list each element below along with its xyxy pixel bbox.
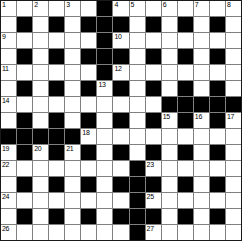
- white-cell-r14-c11[interactable]: [178, 225, 193, 240]
- black-cell-r2-c6: [97, 33, 112, 48]
- white-cell-r14-c5[interactable]: [81, 225, 96, 240]
- white-cell-r14-c4[interactable]: [65, 225, 80, 240]
- white-cell-r6-c7[interactable]: [113, 97, 128, 112]
- clue-number-8: 8: [227, 1, 231, 9]
- black-cell-r13-c7: [113, 209, 128, 224]
- white-cell-r0-c8[interactable]: 5: [130, 1, 145, 16]
- white-cell-r7-c0[interactable]: [1, 113, 16, 128]
- white-cell-r9-c10[interactable]: [162, 145, 177, 160]
- black-cell-r7-c7: [113, 113, 128, 128]
- clue-number-12: 12: [114, 65, 121, 73]
- white-cell-r11-c6[interactable]: [97, 177, 112, 192]
- white-cell-r8-c9[interactable]: [146, 129, 161, 144]
- black-cell-r8-c4: [65, 129, 80, 144]
- white-cell-r4-c4[interactable]: [65, 65, 80, 80]
- black-cell-r13-c5: [81, 209, 96, 224]
- white-cell-r0-c13[interactable]: [210, 1, 225, 16]
- clue-number-19: 19: [2, 145, 9, 153]
- white-cell-r6-c3[interactable]: [49, 97, 64, 112]
- white-cell-r2-c3[interactable]: [49, 33, 64, 48]
- white-cell-r13-c0[interactable]: [1, 209, 16, 224]
- white-cell-r2-c1[interactable]: [17, 33, 32, 48]
- white-cell-r10-c3[interactable]: [49, 161, 64, 176]
- white-cell-r10-c6[interactable]: [97, 161, 112, 176]
- white-cell-r10-c1[interactable]: [17, 161, 32, 176]
- white-cell-r6-c1[interactable]: [17, 97, 32, 112]
- white-cell-r4-c11[interactable]: [178, 65, 193, 80]
- white-cell-r12-c2[interactable]: [33, 193, 48, 208]
- black-cell-r13-c11: [178, 209, 193, 224]
- black-cell-r11-c3: [49, 177, 64, 192]
- white-cell-r12-c11[interactable]: [178, 193, 193, 208]
- clue-number-27: 27: [147, 225, 154, 233]
- black-cell-r6-c14: [226, 97, 241, 112]
- white-cell-r14-c12[interactable]: [194, 225, 209, 240]
- white-cell-r3-c8[interactable]: [130, 49, 145, 64]
- white-cell-r8-c7[interactable]: [113, 129, 128, 144]
- white-cell-r5-c2[interactable]: [33, 81, 48, 96]
- clue-number-15: 15: [163, 113, 170, 121]
- black-cell-r11-c1: [17, 177, 32, 192]
- white-cell-r6-c9[interactable]: [146, 97, 161, 112]
- white-cell-r14-c13[interactable]: [210, 225, 225, 240]
- black-cell-r13-c1: [17, 209, 32, 224]
- black-cell-r6-c12: [194, 97, 209, 112]
- white-cell-r8-c10[interactable]: [162, 129, 177, 144]
- white-cell-r9-c12[interactable]: [194, 145, 209, 160]
- black-cell-r1-c3: [49, 17, 64, 32]
- black-cell-r7-c9: [146, 113, 161, 128]
- white-cell-r14-c7[interactable]: [113, 225, 128, 240]
- crossword-grid: 1234567891011121314151617181920212223242…: [0, 0, 242, 241]
- black-cell-r1-c11: [178, 17, 193, 32]
- clue-number-5: 5: [131, 1, 135, 9]
- white-cell-r4-c1[interactable]: [17, 65, 32, 80]
- white-cell-r0-c3[interactable]: [49, 1, 64, 16]
- white-cell-r9-c4[interactable]: 21: [65, 145, 80, 160]
- white-cell-r10-c12[interactable]: [194, 161, 209, 176]
- black-cell-r6-c11: [178, 97, 193, 112]
- white-cell-r11-c2[interactable]: [33, 177, 48, 192]
- white-cell-r1-c10[interactable]: [162, 17, 177, 32]
- black-cell-r13-c3: [49, 209, 64, 224]
- white-cell-r2-c7[interactable]: 10: [113, 33, 128, 48]
- black-cell-r3-c11: [178, 49, 193, 64]
- white-cell-r3-c4[interactable]: [65, 49, 80, 64]
- white-cell-r7-c2[interactable]: [33, 113, 48, 128]
- white-cell-r4-c0[interactable]: 11: [1, 65, 16, 80]
- white-cell-r4-c7[interactable]: 12: [113, 65, 128, 80]
- white-cell-r14-c3[interactable]: [49, 225, 64, 240]
- black-cell-r8-c2: [33, 129, 48, 144]
- clue-number-4: 4: [114, 1, 118, 9]
- white-cell-r9-c14[interactable]: [226, 145, 241, 160]
- black-cell-r11-c8: [130, 177, 145, 192]
- black-cell-r5-c5: [81, 81, 96, 96]
- white-cell-r2-c4[interactable]: [65, 33, 80, 48]
- white-cell-r9-c6[interactable]: [97, 145, 112, 160]
- white-cell-r14-c2[interactable]: [33, 225, 48, 240]
- white-cell-r2-c14[interactable]: [226, 33, 241, 48]
- clue-number-21: 21: [66, 145, 73, 153]
- black-cell-r14-c8: [130, 225, 145, 240]
- white-cell-r1-c14[interactable]: [226, 17, 241, 32]
- black-cell-r3-c7: [113, 49, 128, 64]
- white-cell-r8-c5[interactable]: 18: [81, 129, 96, 144]
- white-cell-r6-c4[interactable]: [65, 97, 80, 112]
- white-cell-r2-c2[interactable]: [33, 33, 48, 48]
- clue-number-11: 11: [2, 65, 9, 73]
- white-cell-r5-c4[interactable]: [65, 81, 80, 96]
- black-cell-r9-c13: [210, 145, 225, 160]
- white-cell-r13-c14[interactable]: [226, 209, 241, 224]
- white-cell-r0-c10[interactable]: 6: [162, 1, 177, 16]
- black-cell-r7-c3: [49, 113, 64, 128]
- white-cell-r5-c14[interactable]: [226, 81, 241, 96]
- black-cell-r7-c1: [17, 113, 32, 128]
- clue-number-25: 25: [147, 193, 154, 201]
- clue-number-3: 3: [66, 1, 70, 9]
- black-cell-r0-c6: [97, 1, 112, 16]
- white-cell-r12-c9[interactable]: 25: [146, 193, 161, 208]
- white-cell-r0-c1[interactable]: [17, 1, 32, 16]
- clue-number-17: 17: [227, 113, 234, 121]
- white-cell-r0-c5[interactable]: [81, 1, 96, 16]
- black-cell-r8-c1: [17, 129, 32, 144]
- black-cell-r13-c13: [210, 209, 225, 224]
- black-cell-r1-c6: [97, 17, 112, 32]
- white-cell-r4-c2[interactable]: [33, 65, 48, 80]
- white-cell-r0-c7[interactable]: 4: [113, 1, 128, 16]
- black-cell-r9-c11: [178, 145, 193, 160]
- black-cell-r5-c7: [113, 81, 128, 96]
- clue-number-7: 7: [195, 1, 199, 9]
- white-cell-r6-c5[interactable]: [81, 97, 96, 112]
- white-cell-r3-c14[interactable]: [226, 49, 241, 64]
- white-cell-r3-c10[interactable]: [162, 49, 177, 64]
- white-cell-r0-c14[interactable]: 8: [226, 1, 241, 16]
- clue-number-1: 1: [2, 1, 6, 9]
- clue-number-20: 20: [34, 145, 41, 153]
- white-cell-r7-c14[interactable]: 17: [226, 113, 241, 128]
- black-cell-r12-c8: [130, 193, 145, 208]
- white-cell-r2-c10[interactable]: [162, 33, 177, 48]
- white-cell-r6-c2[interactable]: [33, 97, 48, 112]
- black-cell-r5-c13: [210, 81, 225, 96]
- white-cell-r3-c2[interactable]: [33, 49, 48, 64]
- white-cell-r3-c12[interactable]: [194, 49, 209, 64]
- white-cell-r12-c4[interactable]: [65, 193, 80, 208]
- white-cell-r6-c0[interactable]: 14: [1, 97, 16, 112]
- white-cell-r7-c6[interactable]: [97, 113, 112, 128]
- white-cell-r12-c12[interactable]: [194, 193, 209, 208]
- white-cell-r12-c1[interactable]: [17, 193, 32, 208]
- white-cell-r4-c5[interactable]: [81, 65, 96, 80]
- black-cell-r3-c1: [17, 49, 32, 64]
- white-cell-r10-c10[interactable]: [162, 161, 177, 176]
- white-cell-r0-c12[interactable]: 7: [194, 1, 209, 16]
- white-cell-r5-c6[interactable]: 13: [97, 81, 112, 96]
- white-cell-r12-c7[interactable]: [113, 193, 128, 208]
- black-cell-r8-c0: [1, 129, 16, 144]
- black-cell-r1-c7: [113, 17, 128, 32]
- white-cell-r14-c6[interactable]: [97, 225, 112, 240]
- white-cell-r9-c8[interactable]: [130, 145, 145, 160]
- white-cell-r8-c14[interactable]: [226, 129, 241, 144]
- black-cell-r3-c3: [49, 49, 64, 64]
- black-cell-r9-c9: [146, 145, 161, 160]
- white-cell-r0-c11[interactable]: [178, 1, 193, 16]
- white-cell-r10-c0[interactable]: 22: [1, 161, 16, 176]
- black-cell-r8-c3: [49, 129, 64, 144]
- white-cell-r1-c8[interactable]: [130, 17, 145, 32]
- white-cell-r13-c12[interactable]: [194, 209, 209, 224]
- black-cell-r11-c11: [178, 177, 193, 192]
- black-cell-r1-c13: [210, 17, 225, 32]
- white-cell-r4-c12[interactable]: [194, 65, 209, 80]
- white-cell-r2-c13[interactable]: [210, 33, 225, 48]
- white-cell-r0-c4[interactable]: 3: [65, 1, 80, 16]
- black-cell-r7-c11: [178, 113, 193, 128]
- white-cell-r6-c8[interactable]: [130, 97, 145, 112]
- white-cell-r5-c10[interactable]: [162, 81, 177, 96]
- white-cell-r4-c10[interactable]: [162, 65, 177, 80]
- white-cell-r1-c2[interactable]: [33, 17, 48, 32]
- white-cell-r8-c13[interactable]: [210, 129, 225, 144]
- white-cell-r11-c10[interactable]: [162, 177, 177, 192]
- white-cell-r5-c12[interactable]: [194, 81, 209, 96]
- white-cell-r11-c0[interactable]: [1, 177, 16, 192]
- clue-number-10: 10: [114, 33, 121, 41]
- black-cell-r1-c1: [17, 17, 32, 32]
- black-cell-r6-c13: [210, 97, 225, 112]
- black-cell-r11-c5: [81, 177, 96, 192]
- white-cell-r14-c14[interactable]: [226, 225, 241, 240]
- clue-number-2: 2: [34, 1, 38, 9]
- black-cell-r3-c6: [97, 49, 112, 64]
- white-cell-r10-c7[interactable]: [113, 161, 128, 176]
- white-cell-r13-c2[interactable]: [33, 209, 48, 224]
- white-cell-r13-c6[interactable]: [97, 209, 112, 224]
- black-cell-r9-c7: [113, 145, 128, 160]
- white-cell-r2-c9[interactable]: [146, 33, 161, 48]
- black-cell-r11-c9: [146, 177, 161, 192]
- black-cell-r9-c5: [81, 145, 96, 160]
- white-cell-r8-c8[interactable]: [130, 129, 145, 144]
- black-cell-r13-c9: [146, 209, 161, 224]
- white-cell-r14-c9[interactable]: 27: [146, 225, 161, 240]
- clue-number-18: 18: [82, 129, 89, 137]
- white-cell-r8-c12[interactable]: [194, 129, 209, 144]
- white-cell-r14-c1[interactable]: [17, 225, 32, 240]
- white-cell-r4-c13[interactable]: [210, 65, 225, 80]
- white-cell-r14-c0[interactable]: 26: [1, 225, 16, 240]
- white-cell-r4-c8[interactable]: [130, 65, 145, 80]
- black-cell-r11-c13: [210, 177, 225, 192]
- white-cell-r12-c14[interactable]: [226, 193, 241, 208]
- white-cell-r7-c10[interactable]: 15: [162, 113, 177, 128]
- black-cell-r5-c9: [146, 81, 161, 96]
- black-cell-r10-c8: [130, 161, 145, 176]
- white-cell-r4-c14[interactable]: [226, 65, 241, 80]
- clue-number-16: 16: [195, 113, 202, 121]
- white-cell-r2-c12[interactable]: [194, 33, 209, 48]
- clue-number-6: 6: [163, 1, 167, 9]
- white-cell-r7-c8[interactable]: [130, 113, 145, 128]
- white-cell-r1-c0[interactable]: [1, 17, 16, 32]
- black-cell-r3-c5: [81, 49, 96, 64]
- black-cell-r6-c10: [162, 97, 177, 112]
- white-cell-r4-c3[interactable]: [49, 65, 64, 80]
- clue-number-22: 22: [2, 161, 9, 169]
- white-cell-r10-c9[interactable]: 23: [146, 161, 161, 176]
- white-cell-r2-c5[interactable]: [81, 33, 96, 48]
- white-cell-r10-c2[interactable]: [33, 161, 48, 176]
- clue-number-13: 13: [98, 81, 105, 89]
- white-cell-r10-c4[interactable]: [65, 161, 80, 176]
- clue-number-26: 26: [2, 225, 9, 233]
- white-cell-r12-c10[interactable]: [162, 193, 177, 208]
- black-cell-r13-c8: [130, 209, 145, 224]
- white-cell-r14-c10[interactable]: [162, 225, 177, 240]
- black-cell-r5-c3: [49, 81, 64, 96]
- white-cell-r2-c11[interactable]: [178, 33, 193, 48]
- white-cell-r13-c10[interactable]: [162, 209, 177, 224]
- white-cell-r12-c6[interactable]: [97, 193, 112, 208]
- black-cell-r7-c5: [81, 113, 96, 128]
- white-cell-r10-c11[interactable]: [178, 161, 193, 176]
- white-cell-r0-c0[interactable]: 1: [1, 1, 16, 16]
- black-cell-r1-c9: [146, 17, 161, 32]
- white-cell-r2-c8[interactable]: [130, 33, 145, 48]
- white-cell-r1-c12[interactable]: [194, 17, 209, 32]
- white-cell-r7-c4[interactable]: [65, 113, 80, 128]
- white-cell-r4-c9[interactable]: [146, 65, 161, 80]
- clue-number-9: 9: [2, 33, 6, 41]
- white-cell-r3-c0[interactable]: [1, 49, 16, 64]
- black-cell-r5-c11: [178, 81, 193, 96]
- white-cell-r8-c11[interactable]: [178, 129, 193, 144]
- clue-number-24: 24: [2, 193, 9, 201]
- white-cell-r2-c0[interactable]: 9: [1, 33, 16, 48]
- black-cell-r9-c1: [17, 145, 32, 160]
- white-cell-r10-c5[interactable]: [81, 161, 96, 176]
- white-cell-r9-c2[interactable]: 20: [33, 145, 48, 160]
- clue-number-23: 23: [147, 161, 154, 169]
- clue-number-14: 14: [2, 97, 9, 105]
- black-cell-r3-c9: [146, 49, 161, 64]
- black-cell-r9-c3: [49, 145, 64, 160]
- white-cell-r5-c0[interactable]: [1, 81, 16, 96]
- white-cell-r0-c2[interactable]: 2: [33, 1, 48, 16]
- white-cell-r12-c0[interactable]: 24: [1, 193, 16, 208]
- white-cell-r10-c14[interactable]: [226, 161, 241, 176]
- white-cell-r12-c13[interactable]: [210, 193, 225, 208]
- black-cell-r5-c1: [17, 81, 32, 96]
- black-cell-r1-c5: [81, 17, 96, 32]
- black-cell-r11-c7: [113, 177, 128, 192]
- white-cell-r1-c4[interactable]: [65, 17, 80, 32]
- white-cell-r0-c9[interactable]: [146, 1, 161, 16]
- white-cell-r6-c6[interactable]: [97, 97, 112, 112]
- white-cell-r11-c4[interactable]: [65, 177, 80, 192]
- black-cell-r7-c13: [210, 113, 225, 128]
- white-cell-r11-c14[interactable]: [226, 177, 241, 192]
- white-cell-r12-c5[interactable]: [81, 193, 96, 208]
- white-cell-r8-c6[interactable]: [97, 129, 112, 144]
- white-cell-r12-c3[interactable]: [49, 193, 64, 208]
- white-cell-r9-c0[interactable]: 19: [1, 145, 16, 160]
- black-cell-r4-c6: [97, 65, 112, 80]
- white-cell-r11-c12[interactable]: [194, 177, 209, 192]
- white-cell-r7-c12[interactable]: 16: [194, 113, 209, 128]
- white-cell-r5-c8[interactable]: [130, 81, 145, 96]
- white-cell-r10-c13[interactable]: [210, 161, 225, 176]
- black-cell-r3-c13: [210, 49, 225, 64]
- white-cell-r13-c4[interactable]: [65, 209, 80, 224]
